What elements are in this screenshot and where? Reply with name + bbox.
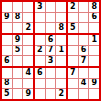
cell-r7c5[interactable] — [46, 68, 56, 78]
cell-r7c9[interactable] — [89, 68, 99, 78]
cell-r2c4[interactable] — [35, 13, 45, 23]
cell-r9c5[interactable] — [46, 89, 56, 99]
sudoku-box-1-1: 62713 — [35, 35, 66, 66]
cell-r6c8[interactable]: 7 — [79, 56, 89, 66]
cell-r8c3[interactable] — [23, 79, 33, 89]
cell-r1c2[interactable] — [13, 2, 23, 12]
cell-r4c1[interactable] — [2, 35, 12, 45]
cell-r3c4[interactable] — [35, 23, 45, 33]
cell-r3c8[interactable] — [79, 23, 89, 33]
cell-r4c8[interactable] — [79, 35, 89, 45]
cell-r1c8[interactable] — [79, 2, 89, 12]
cell-r3c3[interactable]: 2 — [23, 23, 33, 33]
cell-r8c7[interactable] — [68, 79, 78, 89]
cell-r5c6[interactable]: 1 — [56, 46, 66, 56]
cell-r4c4[interactable] — [35, 35, 45, 45]
cell-r9c8[interactable] — [79, 89, 89, 99]
cell-r3c9[interactable] — [89, 23, 99, 33]
cell-r2c2[interactable]: 8 — [13, 13, 23, 23]
cell-r4c2[interactable]: 9 — [13, 35, 23, 45]
sudoku-box-0-2: 2865 — [68, 2, 99, 33]
cell-r8c5[interactable] — [46, 79, 56, 89]
cell-r1c3[interactable] — [23, 2, 33, 12]
cell-r4c6[interactable] — [56, 35, 66, 45]
cell-r9c6[interactable]: 2 — [56, 89, 66, 99]
cell-r6c2[interactable] — [13, 56, 23, 66]
sudoku-box-1-0: 956 — [2, 35, 33, 66]
cell-r5c7[interactable] — [68, 46, 78, 56]
cell-r8c9[interactable]: 9 — [89, 79, 99, 89]
sudoku-box-2-2: 749 — [68, 68, 99, 99]
cell-r7c1[interactable] — [2, 68, 12, 78]
cell-r9c1[interactable]: 5 — [2, 89, 12, 99]
cell-r9c2[interactable] — [13, 89, 23, 99]
cell-r3c7[interactable]: 5 — [68, 23, 78, 33]
cell-r3c6[interactable]: 8 — [56, 23, 66, 33]
sudoku-board: 98238286595662713167485962749 — [0, 0, 101, 101]
cell-r8c4[interactable] — [35, 79, 45, 89]
cell-r7c6[interactable] — [56, 68, 66, 78]
cell-r4c3[interactable] — [23, 35, 33, 45]
cell-r1c9[interactable]: 8 — [89, 2, 99, 12]
cell-r2c8[interactable] — [79, 13, 89, 23]
cell-r6c9[interactable] — [89, 56, 99, 66]
cell-r8c2[interactable] — [13, 79, 23, 89]
sudoku-box-0-1: 38 — [35, 2, 66, 33]
cell-r1c5[interactable] — [46, 2, 56, 12]
cell-r9c4[interactable] — [35, 89, 45, 99]
cell-r2c6[interactable] — [56, 13, 66, 23]
cell-r4c5[interactable]: 6 — [46, 35, 56, 45]
cell-r3c1[interactable] — [2, 23, 12, 33]
sudoku-box-0-0: 982 — [2, 2, 33, 33]
cell-r6c3[interactable] — [23, 56, 33, 66]
cell-r5c9[interactable] — [89, 46, 99, 56]
cell-r5c4[interactable]: 2 — [35, 46, 45, 56]
cell-r2c5[interactable] — [46, 13, 56, 23]
cell-r7c2[interactable] — [13, 68, 23, 78]
cell-r5c3[interactable] — [23, 46, 33, 56]
cell-r7c4[interactable]: 6 — [35, 68, 45, 78]
cell-r8c1[interactable]: 8 — [2, 79, 12, 89]
cell-r3c2[interactable] — [13, 23, 23, 33]
cell-r6c4[interactable] — [35, 56, 45, 66]
cell-r9c9[interactable] — [89, 89, 99, 99]
cell-r2c3[interactable] — [23, 13, 33, 23]
cell-r9c7[interactable] — [68, 89, 78, 99]
cell-r4c7[interactable] — [68, 35, 78, 45]
cell-r1c7[interactable]: 2 — [68, 2, 78, 12]
sudoku-box-2-1: 62 — [35, 68, 66, 99]
cell-r5c2[interactable]: 5 — [13, 46, 23, 56]
cell-r8c8[interactable]: 4 — [79, 79, 89, 89]
cell-r6c5[interactable]: 3 — [46, 56, 56, 66]
cell-r1c6[interactable] — [56, 2, 66, 12]
cell-r6c1[interactable]: 6 — [2, 56, 12, 66]
cell-r9c3[interactable]: 9 — [23, 89, 33, 99]
cell-r2c7[interactable] — [68, 13, 78, 23]
cell-r7c7[interactable]: 7 — [68, 68, 78, 78]
cell-r7c3[interactable]: 4 — [23, 68, 33, 78]
cell-r2c9[interactable]: 6 — [89, 13, 99, 23]
sudoku-box-1-2: 167 — [68, 35, 99, 66]
cell-r3c5[interactable] — [46, 23, 56, 33]
cell-r7c8[interactable] — [79, 68, 89, 78]
cell-r6c7[interactable] — [68, 56, 78, 66]
cell-r1c1[interactable] — [2, 2, 12, 12]
cell-r5c1[interactable] — [2, 46, 12, 56]
cell-r8c6[interactable] — [56, 79, 66, 89]
cell-r1c4[interactable]: 3 — [35, 2, 45, 12]
cell-r2c1[interactable]: 9 — [2, 13, 12, 23]
cell-r5c5[interactable]: 7 — [46, 46, 56, 56]
sudoku-box-2-0: 4859 — [2, 68, 33, 99]
cell-r4c9[interactable]: 1 — [89, 35, 99, 45]
cell-r5c8[interactable]: 6 — [79, 46, 89, 56]
cell-r6c6[interactable] — [56, 56, 66, 66]
